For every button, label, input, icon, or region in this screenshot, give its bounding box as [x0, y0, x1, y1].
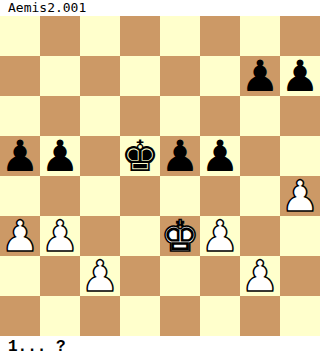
square-h5[interactable]	[280, 136, 320, 176]
piece-black-pawn[interactable]: ♟	[161, 136, 200, 176]
square-e3[interactable]: ♚	[160, 216, 200, 256]
square-a4[interactable]	[0, 176, 40, 216]
square-b3[interactable]: ♟	[40, 216, 80, 256]
square-g4[interactable]	[240, 176, 280, 216]
square-c7[interactable]	[80, 56, 120, 96]
square-e4[interactable]	[160, 176, 200, 216]
square-c1[interactable]	[80, 296, 120, 336]
square-h4[interactable]: ♟	[280, 176, 320, 216]
piece-white-pawn[interactable]: ♟	[281, 176, 320, 216]
square-h8[interactable]	[280, 16, 320, 56]
square-d3[interactable]	[120, 216, 160, 256]
square-a1[interactable]	[0, 296, 40, 336]
square-d6[interactable]	[120, 96, 160, 136]
square-a2[interactable]	[0, 256, 40, 296]
square-a7[interactable]	[0, 56, 40, 96]
square-a3[interactable]: ♟	[0, 216, 40, 256]
diagram-title: Aemis2.001	[0, 0, 320, 16]
square-g3[interactable]	[240, 216, 280, 256]
piece-white-pawn[interactable]: ♟	[241, 256, 280, 296]
square-h7[interactable]: ♟	[280, 56, 320, 96]
piece-white-pawn[interactable]: ♟	[41, 216, 80, 256]
square-b8[interactable]	[40, 16, 80, 56]
square-g7[interactable]: ♟	[240, 56, 280, 96]
square-c5[interactable]	[80, 136, 120, 176]
piece-white-pawn[interactable]: ♟	[1, 216, 40, 256]
square-e1[interactable]	[160, 296, 200, 336]
square-d8[interactable]	[120, 16, 160, 56]
square-f1[interactable]	[200, 296, 240, 336]
square-b7[interactable]	[40, 56, 80, 96]
square-d5[interactable]: ♚	[120, 136, 160, 176]
square-f2[interactable]	[200, 256, 240, 296]
square-c4[interactable]	[80, 176, 120, 216]
square-f8[interactable]	[200, 16, 240, 56]
square-c2[interactable]: ♟	[80, 256, 120, 296]
piece-black-pawn[interactable]: ♟	[241, 56, 280, 96]
square-a8[interactable]	[0, 16, 40, 56]
square-g5[interactable]	[240, 136, 280, 176]
square-h3[interactable]	[280, 216, 320, 256]
square-b4[interactable]	[40, 176, 80, 216]
square-b5[interactable]: ♟	[40, 136, 80, 176]
square-f3[interactable]: ♟	[200, 216, 240, 256]
square-h6[interactable]	[280, 96, 320, 136]
square-c6[interactable]	[80, 96, 120, 136]
square-e6[interactable]	[160, 96, 200, 136]
piece-black-king[interactable]: ♚	[121, 136, 160, 176]
piece-black-pawn[interactable]: ♟	[1, 136, 40, 176]
square-f7[interactable]	[200, 56, 240, 96]
square-d7[interactable]	[120, 56, 160, 96]
piece-black-pawn[interactable]: ♟	[41, 136, 80, 176]
square-g1[interactable]	[240, 296, 280, 336]
square-e8[interactable]	[160, 16, 200, 56]
square-e2[interactable]	[160, 256, 200, 296]
square-d2[interactable]	[120, 256, 160, 296]
square-h1[interactable]	[280, 296, 320, 336]
square-d4[interactable]	[120, 176, 160, 216]
square-e5[interactable]: ♟	[160, 136, 200, 176]
move-prompt: 1... ?	[0, 336, 320, 360]
square-g6[interactable]	[240, 96, 280, 136]
square-g2[interactable]: ♟	[240, 256, 280, 296]
square-h2[interactable]	[280, 256, 320, 296]
piece-black-pawn[interactable]: ♟	[201, 136, 240, 176]
square-f4[interactable]	[200, 176, 240, 216]
square-c3[interactable]	[80, 216, 120, 256]
piece-white-pawn[interactable]: ♟	[81, 256, 120, 296]
square-b6[interactable]	[40, 96, 80, 136]
piece-black-pawn[interactable]: ♟	[281, 56, 320, 96]
square-f6[interactable]	[200, 96, 240, 136]
chess-diagram-page: Aemis2.001 ♟♟♟♟♚♟♟♟♟♟♚♟♟♟ 1... ?	[0, 0, 320, 360]
square-a5[interactable]: ♟	[0, 136, 40, 176]
square-f5[interactable]: ♟	[200, 136, 240, 176]
chess-board: ♟♟♟♟♚♟♟♟♟♟♚♟♟♟	[0, 16, 320, 336]
square-b1[interactable]	[40, 296, 80, 336]
piece-white-king[interactable]: ♚	[161, 216, 200, 256]
square-b2[interactable]	[40, 256, 80, 296]
piece-white-pawn[interactable]: ♟	[201, 216, 240, 256]
square-e7[interactable]	[160, 56, 200, 96]
square-a6[interactable]	[0, 96, 40, 136]
square-c8[interactable]	[80, 16, 120, 56]
square-d1[interactable]	[120, 296, 160, 336]
square-g8[interactable]	[240, 16, 280, 56]
